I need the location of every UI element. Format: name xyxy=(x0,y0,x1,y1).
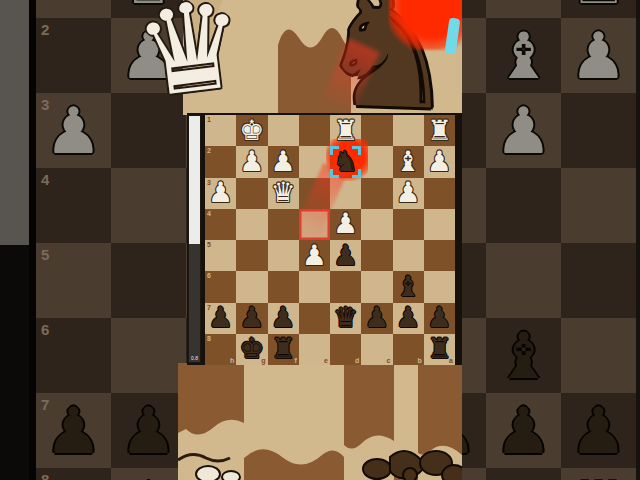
wavy-band-mid xyxy=(344,363,394,449)
square-d6[interactable] xyxy=(330,271,361,302)
piece-white-bishop[interactable]: ♝ xyxy=(393,146,424,177)
square-b8[interactable]: b xyxy=(393,334,424,365)
piece-white-bishop: ♝ xyxy=(486,18,561,93)
square-a3[interactable] xyxy=(424,178,455,209)
piece-black-rook: ♜ xyxy=(561,468,636,480)
move-bracket-bl xyxy=(330,169,339,178)
square-f5[interactable] xyxy=(268,240,299,271)
square-h7: ♟7 xyxy=(36,393,111,468)
square-b4 xyxy=(486,168,561,243)
square-b6: ♝ xyxy=(486,318,561,393)
square-g7[interactable]: ♟ xyxy=(236,303,267,334)
square-a4[interactable] xyxy=(424,209,455,240)
square-a2[interactable]: ♟ xyxy=(424,146,455,177)
rank-label-7: 7 xyxy=(207,304,211,311)
square-e5[interactable]: ♟ xyxy=(299,240,330,271)
square-f1[interactable] xyxy=(268,115,299,146)
square-a6 xyxy=(561,318,636,393)
square-a3 xyxy=(561,93,636,168)
square-f7[interactable]: ♟ xyxy=(268,303,299,334)
square-g6 xyxy=(111,318,186,393)
rank-label-2: 2 xyxy=(41,21,49,38)
piece-black-bishop: ♝ xyxy=(486,318,561,393)
square-c7[interactable]: ♟ xyxy=(361,303,392,334)
square-g5 xyxy=(111,243,186,318)
square-b5 xyxy=(486,243,561,318)
square-h2: 2 xyxy=(36,18,111,93)
square-c5[interactable] xyxy=(361,240,392,271)
square-g2[interactable]: ♟ xyxy=(236,146,267,177)
square-a8[interactable]: ♜a xyxy=(424,334,455,365)
piece-black-pawn[interactable]: ♟ xyxy=(361,303,392,334)
square-h3[interactable]: ♟3 xyxy=(205,178,236,209)
square-a4 xyxy=(561,168,636,243)
square-g1[interactable]: ♚ xyxy=(236,115,267,146)
background-divider xyxy=(29,0,36,480)
wavy-band-right xyxy=(418,363,462,455)
rank-label-6: 6 xyxy=(41,321,49,338)
chessboard: 1♚♜♜2♟♟♞♝♟♟3♛♟4♟5♟♟6♝♟7♟♟♛♟♟♟8h♚g♜fedcb♜… xyxy=(205,115,455,365)
square-a5 xyxy=(561,243,636,318)
background-eval-bar xyxy=(0,0,29,480)
wavy-waves-bottom xyxy=(178,363,462,480)
piece-white-pawn[interactable]: ♟ xyxy=(236,146,267,177)
rank-label-6: 6 xyxy=(207,272,211,279)
square-e6[interactable] xyxy=(299,271,330,302)
square-b7[interactable]: ♟ xyxy=(393,303,424,334)
rank-label-4: 4 xyxy=(207,210,211,217)
square-a7: ♟ xyxy=(561,393,636,468)
square-b5[interactable] xyxy=(393,240,424,271)
rank-label-5: 5 xyxy=(207,241,211,248)
square-h5[interactable]: 5 xyxy=(205,240,236,271)
square-b1 xyxy=(486,0,561,18)
piece-white-pawn[interactable]: ♟ xyxy=(393,178,424,209)
square-d4[interactable]: ♟ xyxy=(330,209,361,240)
square-h8[interactable]: 8h xyxy=(205,334,236,365)
file-label-d: d xyxy=(355,357,359,364)
move-bracket-tl xyxy=(330,146,339,155)
evaluation-score: 0.8 xyxy=(189,355,200,361)
square-d1[interactable]: ♜ xyxy=(330,115,361,146)
square-f6[interactable] xyxy=(268,271,299,302)
square-a8: ♜a xyxy=(561,468,636,480)
piece-white-rook[interactable]: ♜ xyxy=(330,115,361,146)
move-bracket-br xyxy=(352,169,361,178)
square-h1[interactable]: 1 xyxy=(205,115,236,146)
square-a1: ♜ xyxy=(561,0,636,18)
file-label-a: a xyxy=(449,357,453,364)
square-b2[interactable]: ♝ xyxy=(393,146,424,177)
piece-white-rook: ♜ xyxy=(561,0,636,18)
square-a7[interactable]: ♟ xyxy=(424,303,455,334)
square-h4[interactable]: 4 xyxy=(205,209,236,240)
square-h4: 4 xyxy=(36,168,111,243)
square-h8: 8h xyxy=(36,468,111,480)
square-b3: ♟ xyxy=(486,93,561,168)
square-c4[interactable] xyxy=(361,209,392,240)
square-a1[interactable]: ♜ xyxy=(424,115,455,146)
piece-black-pawn: ♟ xyxy=(561,393,636,468)
piece-black-bishop[interactable]: ♝ xyxy=(393,271,424,302)
square-g3[interactable] xyxy=(236,178,267,209)
evaluation-bar-white-portion xyxy=(189,116,200,244)
square-f3[interactable]: ♛ xyxy=(268,178,299,209)
square-c6[interactable] xyxy=(361,271,392,302)
file-label-c: c xyxy=(387,357,391,364)
piece-black-pawn: ♟ xyxy=(111,393,186,468)
square-g4 xyxy=(111,168,186,243)
piece-white-queen[interactable]: ♛ xyxy=(268,178,299,209)
wavy-zoom-band-bottom xyxy=(178,363,462,480)
square-a5[interactable] xyxy=(424,240,455,271)
move-bracket-tr xyxy=(352,146,361,155)
square-f2[interactable]: ♟ xyxy=(268,146,299,177)
piece-white-rook[interactable]: ♜ xyxy=(424,115,455,146)
square-b4[interactable] xyxy=(393,209,424,240)
piece-white-pawn: ♟ xyxy=(561,18,636,93)
square-g4[interactable] xyxy=(236,209,267,240)
rank-label-1: 1 xyxy=(207,116,211,123)
rank-label-8: 8 xyxy=(41,471,49,480)
rank-label-8: 8 xyxy=(207,335,211,342)
square-h2[interactable]: 2 xyxy=(205,146,236,177)
file-label-e: e xyxy=(324,357,328,364)
square-d8[interactable]: d xyxy=(330,334,361,365)
piece-white-pawn[interactable]: ♟ xyxy=(424,146,455,177)
file-label-f: f xyxy=(294,357,296,364)
square-g5[interactable] xyxy=(236,240,267,271)
square-b1[interactable] xyxy=(393,115,424,146)
square-h6[interactable]: 6 xyxy=(205,271,236,302)
piece-white-pawn[interactable]: ♟ xyxy=(268,146,299,177)
piece-white-king[interactable]: ♚ xyxy=(236,115,267,146)
piece-black-pawn[interactable]: ♟ xyxy=(393,303,424,334)
square-d5[interactable]: ♟ xyxy=(330,240,361,271)
chess-analysis-screenshot: 0.8 1♚♜♜2♟♟♞♝♟♟3♛♟4♟5♟♟6♝♟7♟♟♛♟♟♟8h♚g♜fe… xyxy=(187,113,462,365)
rank-label-5: 5 xyxy=(41,246,49,263)
square-g8[interactable]: ♚g xyxy=(236,334,267,365)
square-d2[interactable]: ♞ xyxy=(330,146,361,177)
piece-black-pawn: ♟ xyxy=(36,393,111,468)
piece-white-pawn: ♟ xyxy=(486,93,561,168)
background-eval-white-portion xyxy=(0,0,29,245)
piece-black-pawn[interactable]: ♟ xyxy=(268,303,299,334)
piece-black-king: ♚ xyxy=(111,468,186,480)
square-b6[interactable]: ♝ xyxy=(393,271,424,302)
square-b3[interactable]: ♟ xyxy=(393,178,424,209)
square-h7[interactable]: ♟7 xyxy=(205,303,236,334)
piece-black-pawn[interactable]: ♟ xyxy=(424,303,455,334)
square-f8[interactable]: ♜f xyxy=(268,334,299,365)
file-label-b: b xyxy=(417,357,421,364)
file-label-h: h xyxy=(230,357,234,364)
square-h6: 6 xyxy=(36,318,111,393)
piece-black-pawn: ♟ xyxy=(486,393,561,468)
square-c3[interactable] xyxy=(361,178,392,209)
piece-black-queen[interactable]: ♛ xyxy=(330,303,361,334)
piece-white-pawn: ♟ xyxy=(36,93,111,168)
square-g7: ♟ xyxy=(111,393,186,468)
evaluation-bar: 0.8 xyxy=(188,115,201,363)
piece-black-pawn[interactable]: ♟ xyxy=(330,240,361,271)
square-h1: 1 xyxy=(36,0,111,18)
square-e8[interactable]: e xyxy=(299,334,330,365)
square-c8[interactable]: c xyxy=(361,334,392,365)
square-b7: ♟ xyxy=(486,393,561,468)
rank-label-3: 3 xyxy=(207,179,211,186)
piece-black-pawn[interactable]: ♟ xyxy=(236,303,267,334)
square-g8: ♚g xyxy=(111,468,186,480)
file-label-g: g xyxy=(261,357,265,364)
square-a2: ♟ xyxy=(561,18,636,93)
piece-white-pawn[interactable]: ♟ xyxy=(330,209,361,240)
square-b8: b xyxy=(486,468,561,480)
video-frame: 1♚♜♜2♟♟♞♝♟♟3♛♟4♟5♟♟6♝♟7♟♟♛♟♟♟8h♚g♜fedcb♜… xyxy=(0,0,640,480)
square-b2: ♝ xyxy=(486,18,561,93)
square-h3: ♟3 xyxy=(36,93,111,168)
rank-label-4: 4 xyxy=(41,171,49,188)
rank-label-2: 2 xyxy=(207,147,211,154)
square-a6[interactable] xyxy=(424,271,455,302)
square-d7[interactable]: ♛ xyxy=(330,303,361,334)
square-h5: 5 xyxy=(36,243,111,318)
distorted-white-queen: ♛ xyxy=(129,0,252,116)
square-g6[interactable] xyxy=(236,271,267,302)
piece-white-pawn[interactable]: ♟ xyxy=(299,240,330,271)
square-e7[interactable] xyxy=(299,303,330,334)
